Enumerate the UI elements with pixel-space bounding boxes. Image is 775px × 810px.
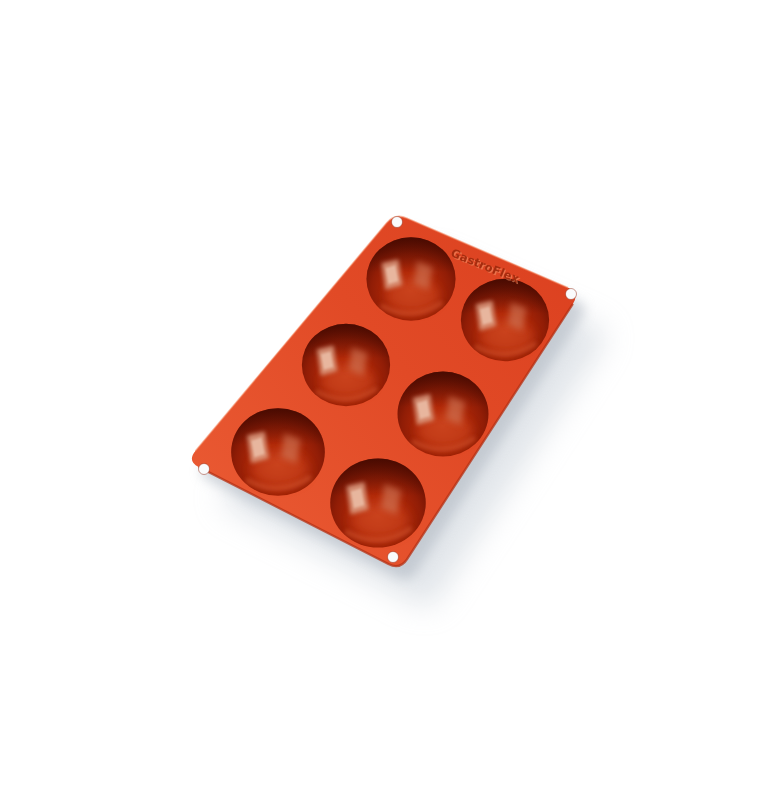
cavity-row3-col2 — [330, 458, 426, 547]
corner-hole-bottom — [388, 552, 399, 563]
corner-hole-right — [566, 289, 577, 300]
cavity-row1-col2 — [461, 279, 549, 361]
cavity-row2-col2 — [398, 372, 489, 457]
corner-hole-top — [392, 217, 403, 228]
cavity-row3-col1 — [231, 408, 325, 496]
product-photo: GastroFlex GastroFlex — [0, 0, 775, 810]
corner-hole-left — [199, 464, 210, 475]
product-photo-canvas: GastroFlex GastroFlex — [0, 0, 775, 810]
cavity-row2-col1 — [302, 324, 390, 406]
cavity-row1-col1 — [366, 237, 455, 320]
